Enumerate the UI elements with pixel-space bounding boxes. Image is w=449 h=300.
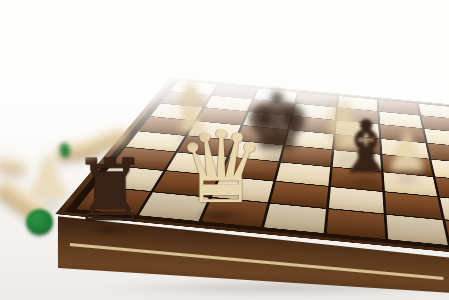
square-f1[interactable] bbox=[387, 215, 448, 245]
square-d1[interactable] bbox=[264, 204, 326, 233]
brass-clasp bbox=[201, 48, 261, 65]
green-disc[interactable] bbox=[26, 209, 53, 235]
square-e1[interactable] bbox=[326, 209, 386, 239]
black-rook[interactable]: ♜ bbox=[71, 147, 148, 233]
table-shadow bbox=[96, 280, 449, 296]
chess-photo-scene: ♜♛♝♚♞♝♟♟ bbox=[0, 0, 449, 300]
black-king[interactable]: ♚ bbox=[243, 84, 311, 160]
white-pawn[interactable]: ♟ bbox=[383, 126, 431, 180]
white-bishop[interactable]: ♝ bbox=[162, 77, 219, 141]
